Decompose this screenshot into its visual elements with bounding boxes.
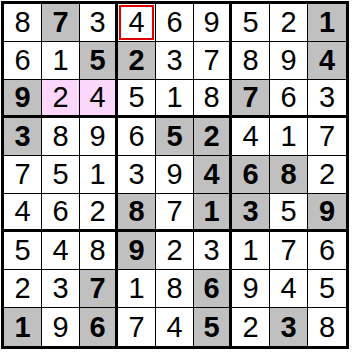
cell-r7c4[interactable]: 9 bbox=[118, 232, 156, 270]
cell-r9c6[interactable]: 5 bbox=[194, 308, 232, 346]
cell-r9c2[interactable]: 9 bbox=[42, 308, 80, 346]
cell-r8c3[interactable]: 7 bbox=[80, 270, 118, 308]
cell-r6c2[interactable]: 6 bbox=[42, 194, 80, 232]
cell-r4c9[interactable]: 7 bbox=[308, 118, 346, 156]
cell-r2c8[interactable]: 9 bbox=[270, 42, 308, 80]
cell-r4c1[interactable]: 3 bbox=[4, 118, 42, 156]
cell-r3c3[interactable]: 4 bbox=[80, 80, 118, 118]
cell-r4c6[interactable]: 2 bbox=[194, 118, 232, 156]
cell-r8c6[interactable]: 6 bbox=[194, 270, 232, 308]
cell-r6c7[interactable]: 3 bbox=[232, 194, 270, 232]
cell-r7c1[interactable]: 5 bbox=[4, 232, 42, 270]
cell-r7c3[interactable]: 8 bbox=[80, 232, 118, 270]
cell-r7c6[interactable]: 3 bbox=[194, 232, 232, 270]
cell-r3c6[interactable]: 8 bbox=[194, 80, 232, 118]
cell-r5c4[interactable]: 3 bbox=[118, 156, 156, 194]
cell-r5c1[interactable]: 7 bbox=[4, 156, 42, 194]
cell-r7c8[interactable]: 7 bbox=[270, 232, 308, 270]
cell-r2c1[interactable]: 6 bbox=[4, 42, 42, 80]
cell-r1c2[interactable]: 7 bbox=[42, 4, 80, 42]
cell-r9c1[interactable]: 1 bbox=[4, 308, 42, 346]
cell-r2c9[interactable]: 4 bbox=[308, 42, 346, 80]
cell-r5c6[interactable]: 4 bbox=[194, 156, 232, 194]
cell-r7c5[interactable]: 2 bbox=[156, 232, 194, 270]
cell-r4c3[interactable]: 9 bbox=[80, 118, 118, 156]
cell-r2c5[interactable]: 3 bbox=[156, 42, 194, 80]
cell-r9c8[interactable]: 3 bbox=[270, 308, 308, 346]
cell-r4c5[interactable]: 5 bbox=[156, 118, 194, 156]
cell-r8c7[interactable]: 9 bbox=[232, 270, 270, 308]
cell-r8c4[interactable]: 1 bbox=[118, 270, 156, 308]
cell-r9c7[interactable]: 2 bbox=[232, 308, 270, 346]
cell-r1c3[interactable]: 3 bbox=[80, 4, 118, 42]
cell-r4c7[interactable]: 4 bbox=[232, 118, 270, 156]
cell-r1c8[interactable]: 2 bbox=[270, 4, 308, 42]
cell-r8c8[interactable]: 4 bbox=[270, 270, 308, 308]
cell-r1c6[interactable]: 9 bbox=[194, 4, 232, 42]
cell-r6c5[interactable]: 7 bbox=[156, 194, 194, 232]
cell-r3c8[interactable]: 6 bbox=[270, 80, 308, 118]
cell-r7c9[interactable]: 6 bbox=[308, 232, 346, 270]
cell-r2c4[interactable]: 2 bbox=[118, 42, 156, 80]
cell-r6c4[interactable]: 8 bbox=[118, 194, 156, 232]
cell-r9c5[interactable]: 4 bbox=[156, 308, 194, 346]
cell-r3c5[interactable]: 1 bbox=[156, 80, 194, 118]
cell-r9c4[interactable]: 7 bbox=[118, 308, 156, 346]
cell-r1c9[interactable]: 1 bbox=[308, 4, 346, 42]
cell-r5c7[interactable]: 6 bbox=[232, 156, 270, 194]
sudoku-board: 8734695216152378949245187633896524177513… bbox=[1, 1, 349, 349]
cell-r5c9[interactable]: 2 bbox=[308, 156, 346, 194]
cell-r3c1[interactable]: 9 bbox=[4, 80, 42, 118]
cell-r6c9[interactable]: 9 bbox=[308, 194, 346, 232]
cell-r1c7[interactable]: 5 bbox=[232, 4, 270, 42]
cell-r8c9[interactable]: 5 bbox=[308, 270, 346, 308]
cell-r1c5[interactable]: 6 bbox=[156, 4, 194, 42]
cell-r9c3[interactable]: 6 bbox=[80, 308, 118, 346]
cell-r6c1[interactable]: 4 bbox=[4, 194, 42, 232]
cell-r4c8[interactable]: 1 bbox=[270, 118, 308, 156]
cell-r7c2[interactable]: 4 bbox=[42, 232, 80, 270]
cell-r3c4[interactable]: 5 bbox=[118, 80, 156, 118]
cell-r6c3[interactable]: 2 bbox=[80, 194, 118, 232]
cell-r1c1[interactable]: 8 bbox=[4, 4, 42, 42]
cell-r5c2[interactable]: 5 bbox=[42, 156, 80, 194]
cell-r8c1[interactable]: 2 bbox=[4, 270, 42, 308]
cell-r3c9[interactable]: 3 bbox=[308, 80, 346, 118]
cell-r5c5[interactable]: 9 bbox=[156, 156, 194, 194]
cell-r4c4[interactable]: 6 bbox=[118, 118, 156, 156]
cell-r1c4[interactable]: 4 bbox=[118, 4, 156, 42]
cell-r2c6[interactable]: 7 bbox=[194, 42, 232, 80]
sudoku-page: 8734695216152378949245187633896524177513… bbox=[0, 1, 362, 349]
cell-r2c3[interactable]: 5 bbox=[80, 42, 118, 80]
cell-r8c5[interactable]: 8 bbox=[156, 270, 194, 308]
cell-r8c2[interactable]: 3 bbox=[42, 270, 80, 308]
cell-r5c8[interactable]: 8 bbox=[270, 156, 308, 194]
cell-r2c7[interactable]: 8 bbox=[232, 42, 270, 80]
cell-r5c3[interactable]: 1 bbox=[80, 156, 118, 194]
cell-r2c2[interactable]: 1 bbox=[42, 42, 80, 80]
cell-r3c2[interactable]: 2 bbox=[42, 80, 80, 118]
cell-r6c6[interactable]: 1 bbox=[194, 194, 232, 232]
cell-r3c7[interactable]: 7 bbox=[232, 80, 270, 118]
cell-r6c8[interactable]: 5 bbox=[270, 194, 308, 232]
cell-r9c9[interactable]: 8 bbox=[308, 308, 346, 346]
cell-r4c2[interactable]: 8 bbox=[42, 118, 80, 156]
cell-r7c7[interactable]: 1 bbox=[232, 232, 270, 270]
